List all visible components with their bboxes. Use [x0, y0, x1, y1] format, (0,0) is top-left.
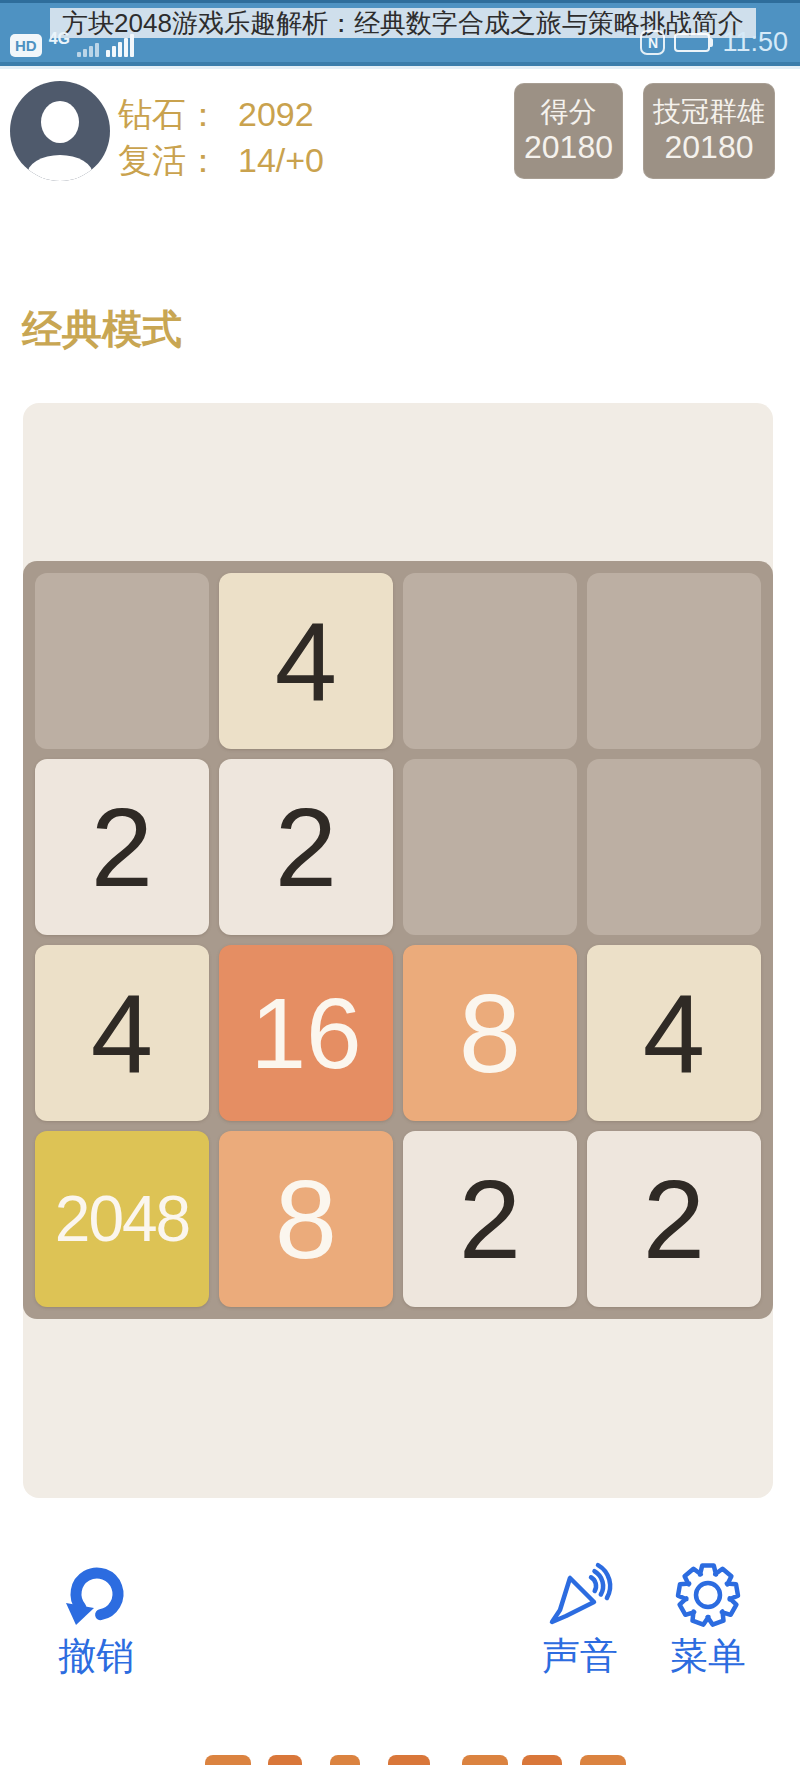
- tile-4: 4: [587, 945, 761, 1121]
- cutoff-text-fragment: [330, 1755, 360, 1765]
- network-type-label: 4G: [49, 31, 70, 47]
- cutoff-text-fragment: [580, 1755, 626, 1765]
- status-left-icons: HD 4G: [10, 31, 134, 57]
- board[interactable]: 422416842048822: [23, 561, 773, 1319]
- tile-2: 2: [35, 759, 209, 935]
- score-value: 20180: [524, 128, 613, 166]
- cutoff-text-fragment: [462, 1755, 508, 1765]
- app-screen: 方块2048游戏乐趣解析：经典数字合成之旅与策略挑战简介 HD 4G N 11:…: [0, 0, 800, 1765]
- rank-label: 技冠群雄: [653, 96, 765, 128]
- status-bar: 方块2048游戏乐趣解析：经典数字合成之旅与策略挑战简介 HD 4G N 11:…: [0, 0, 800, 66]
- cutoff-text-fragment: [522, 1755, 562, 1765]
- avatar-torso-shape: [27, 155, 93, 181]
- empty-cell: [35, 573, 209, 749]
- empty-cell: [403, 573, 577, 749]
- tile-16: 16: [219, 945, 393, 1121]
- battery-icon: [674, 33, 713, 52]
- sound-icon: [540, 1558, 620, 1632]
- revive-label: 复活：: [118, 137, 220, 183]
- statusbar-divider: [0, 66, 800, 69]
- revive-value: 14/+0: [238, 137, 324, 183]
- hd-icon: HD: [10, 34, 42, 57]
- score-label: 得分: [541, 96, 597, 128]
- tile-8: 8: [219, 1131, 393, 1307]
- status-right-icons: N 11:50: [640, 29, 788, 56]
- score-boxes: 得分 20180 技冠群雄 20180: [514, 83, 775, 179]
- diamond-label: 钻石：: [118, 91, 220, 137]
- tile-2: 2: [219, 759, 393, 935]
- empty-cell: [587, 573, 761, 749]
- empty-cell: [587, 759, 761, 935]
- diamond-value: 2092: [238, 91, 314, 137]
- cutoff-text-fragment: [268, 1755, 302, 1765]
- menu-button[interactable]: 菜单: [662, 1558, 754, 1678]
- tile-2: 2: [587, 1131, 761, 1307]
- signal-bars-secondary-icon: [77, 43, 99, 57]
- undo-icon: [59, 1558, 133, 1632]
- nfc-icon: N: [640, 30, 665, 55]
- avatar-head-shape: [41, 101, 79, 143]
- rank-value: 20180: [665, 128, 754, 166]
- score-box: 得分 20180: [514, 83, 623, 179]
- undo-button[interactable]: 撤销: [50, 1558, 142, 1678]
- cutoff-text-fragment: [205, 1755, 251, 1765]
- bottom-controls: 撤销 声音 菜单: [0, 1558, 800, 1698]
- player-stats: 钻石： 2092 复活： 14/+0: [118, 91, 324, 183]
- tile-2048: 2048: [35, 1131, 209, 1307]
- game-panel: 422416842048822: [23, 403, 773, 1498]
- undo-label: 撤销: [50, 1636, 142, 1678]
- gear-icon: [671, 1558, 745, 1632]
- avatar[interactable]: [10, 81, 110, 181]
- sound-button[interactable]: 声音: [534, 1558, 626, 1678]
- sound-label: 声音: [534, 1636, 626, 1678]
- signal-bars-icon: [106, 34, 134, 57]
- status-time: 11:50: [722, 29, 788, 56]
- best-rank-box: 技冠群雄 20180: [643, 83, 775, 179]
- tile-4: 4: [35, 945, 209, 1121]
- empty-cell: [403, 759, 577, 935]
- cutoff-text-fragment: [388, 1755, 430, 1765]
- tile-2: 2: [403, 1131, 577, 1307]
- player-info-row: 钻石： 2092 复活： 14/+0 得分 20180 技冠群雄 20180: [0, 81, 800, 201]
- cutoff-text-strip: [0, 1752, 800, 1765]
- tile-4: 4: [219, 573, 393, 749]
- tile-8: 8: [403, 945, 577, 1121]
- mode-title: 经典模式: [22, 305, 800, 353]
- menu-label: 菜单: [662, 1636, 754, 1678]
